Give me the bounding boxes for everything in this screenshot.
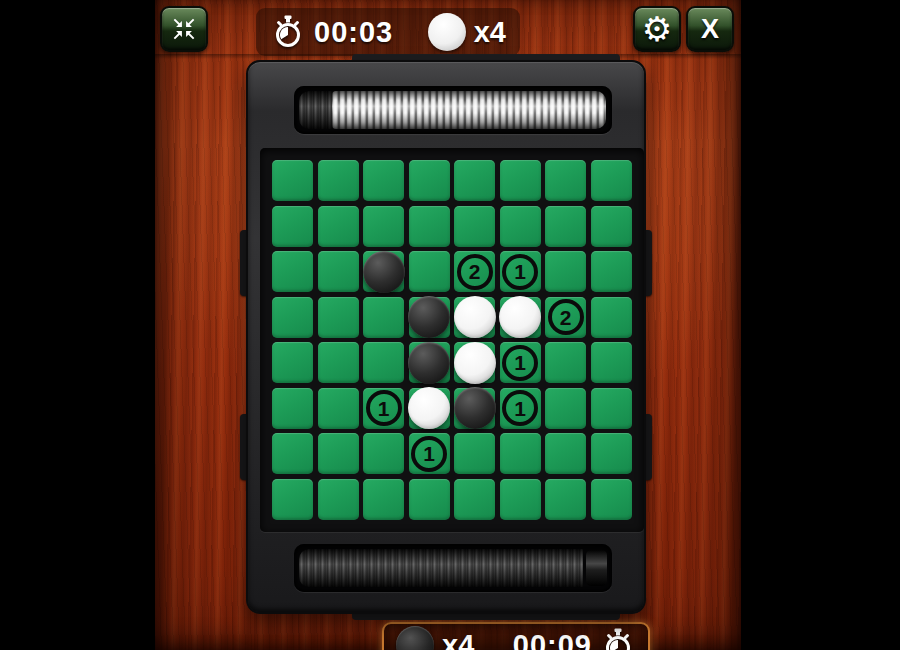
move-hint[interactable]: 2 (457, 254, 493, 290)
board-cell-r6c4[interactable] (409, 388, 450, 429)
black-disc (363, 251, 405, 293)
gear-icon: ⚙ (642, 12, 672, 46)
close-button[interactable]: X (686, 6, 734, 52)
tray-end-cap (586, 550, 607, 586)
board-cell-r6c5[interactable] (454, 388, 495, 429)
board-cell-r2c2[interactable] (318, 206, 359, 247)
board-cell-r3c3[interactable] (363, 251, 404, 292)
board-cell-r4c3[interactable] (363, 297, 404, 338)
board-cell-r6c2[interactable] (318, 388, 359, 429)
board-cell-r7c6[interactable] (500, 433, 541, 474)
black-disc (454, 387, 496, 429)
move-hint[interactable]: 1 (366, 390, 402, 426)
white-count-label: x4 (474, 16, 506, 49)
board-cell-r3c4[interactable] (409, 251, 450, 292)
board-cell-r8c8[interactable] (591, 479, 632, 520)
board-cell-r5c5[interactable] (454, 342, 495, 383)
board-cell-r6c6[interactable]: 1 (500, 388, 541, 429)
board-cell-r4c7[interactable]: 2 (545, 297, 586, 338)
board-cell-r8c2[interactable] (318, 479, 359, 520)
board-cell-r1c1[interactable] (272, 160, 313, 201)
board-grid: 2121111 (272, 160, 632, 520)
black-piece-icon (396, 626, 434, 650)
board-cell-r5c3[interactable] (363, 342, 404, 383)
board-cell-r3c5[interactable]: 2 (454, 251, 495, 292)
black-timer: 00:09 (513, 629, 592, 650)
board-cell-r8c5[interactable] (454, 479, 495, 520)
white-timer: 00:03 (314, 16, 393, 49)
board-cell-r5c7[interactable] (545, 342, 586, 383)
board-cell-r4c2[interactable] (318, 297, 359, 338)
board-cell-r5c6[interactable]: 1 (500, 342, 541, 383)
tray-black-pieces (299, 549, 583, 587)
board-cell-r8c1[interactable] (272, 479, 313, 520)
board-cell-r5c4[interactable] (409, 342, 450, 383)
board-cell-r7c8[interactable] (591, 433, 632, 474)
board-cell-r2c6[interactable] (500, 206, 541, 247)
board-cell-r1c7[interactable] (545, 160, 586, 201)
board-cell-r6c1[interactable] (272, 388, 313, 429)
board-cell-r2c7[interactable] (545, 206, 586, 247)
board-cell-r4c4[interactable] (409, 297, 450, 338)
black-disc (408, 342, 450, 384)
board-cell-r7c4[interactable]: 1 (409, 433, 450, 474)
board-cell-r2c4[interactable] (409, 206, 450, 247)
board-cell-r7c5[interactable] (454, 433, 495, 474)
board-cell-r2c3[interactable] (363, 206, 404, 247)
move-hint[interactable]: 1 (502, 345, 538, 381)
board-cell-r7c7[interactable] (545, 433, 586, 474)
board-cell-r4c5[interactable] (454, 297, 495, 338)
black-piece-tray (294, 544, 612, 592)
board-cell-r6c8[interactable] (591, 388, 632, 429)
fullscreen-exit-icon (169, 14, 199, 44)
stopwatch-icon (270, 14, 306, 50)
white-disc (408, 387, 450, 429)
close-icon: X (701, 16, 719, 43)
board-cell-r8c3[interactable] (363, 479, 404, 520)
board-cell-r5c1[interactable] (272, 342, 313, 383)
white-piece-tray (294, 86, 612, 134)
board-cell-r3c1[interactable] (272, 251, 313, 292)
black-player-bar: x4 00:09 (382, 622, 650, 650)
board-cell-r7c1[interactable] (272, 433, 313, 474)
white-player-bar: 00:03 x4 (256, 8, 520, 56)
board-cell-r4c1[interactable] (272, 297, 313, 338)
board-cell-r6c3[interactable]: 1 (363, 388, 404, 429)
board-cell-r3c2[interactable] (318, 251, 359, 292)
board-cell-r3c8[interactable] (591, 251, 632, 292)
board-cell-r5c8[interactable] (591, 342, 632, 383)
black-count-label: x4 (442, 629, 474, 650)
board-cell-r4c6[interactable] (500, 297, 541, 338)
board-cell-r3c6[interactable]: 1 (500, 251, 541, 292)
move-hint[interactable]: 1 (502, 390, 538, 426)
board-cell-r1c2[interactable] (318, 160, 359, 201)
board-cell-r1c3[interactable] (363, 160, 404, 201)
tray-white-pieces (332, 91, 606, 129)
game-stage: 2121111 00:03 x4 ⚙ X (0, 0, 900, 650)
fullscreen-button[interactable] (160, 6, 208, 52)
tray-black-pieces (299, 91, 333, 129)
board-cell-r1c8[interactable] (591, 160, 632, 201)
move-hint[interactable]: 1 (411, 436, 447, 472)
board-cell-r8c6[interactable] (500, 479, 541, 520)
board-cell-r2c1[interactable] (272, 206, 313, 247)
board-cell-r6c7[interactable] (545, 388, 586, 429)
board-cell-r8c4[interactable] (409, 479, 450, 520)
board-cell-r5c2[interactable] (318, 342, 359, 383)
board-cell-r2c5[interactable] (454, 206, 495, 247)
move-hint[interactable]: 2 (548, 299, 584, 335)
stopwatch-icon (600, 627, 636, 650)
board-cell-r7c3[interactable] (363, 433, 404, 474)
black-disc (408, 296, 450, 338)
white-disc (499, 296, 541, 338)
settings-button[interactable]: ⚙ (633, 6, 681, 52)
board-cell-r4c8[interactable] (591, 297, 632, 338)
move-hint[interactable]: 1 (502, 254, 538, 290)
board-cell-r7c2[interactable] (318, 433, 359, 474)
white-piece-icon (428, 13, 466, 51)
board-cell-r8c7[interactable] (545, 479, 586, 520)
board-cell-r1c6[interactable] (500, 160, 541, 201)
board-cell-r3c7[interactable] (545, 251, 586, 292)
board-cell-r2c8[interactable] (591, 206, 632, 247)
white-disc (454, 342, 496, 384)
board-cell-r1c5[interactable] (454, 160, 495, 201)
white-disc (454, 296, 496, 338)
board-cell-r1c4[interactable] (409, 160, 450, 201)
